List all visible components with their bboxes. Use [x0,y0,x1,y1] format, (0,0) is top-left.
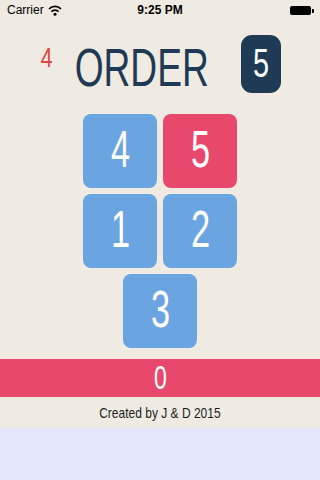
footer: Created by J & D 2015 [0,397,320,428]
tile-3-number: 3 [150,283,169,339]
logo-digit-5: 5 [253,43,269,86]
battery-icon [290,6,311,15]
app-logo: 4 ORDER 5 [0,35,320,97]
tile-1[interactable]: 1 [83,194,157,268]
score-value: 0 [154,360,167,396]
status-time: 9:25 PM [0,3,320,17]
tile-5[interactable]: 5 [163,114,237,188]
logo-word: ORDER [75,41,209,94]
board-row-1: 4 5 [83,114,237,188]
tile-2[interactable]: 2 [163,194,237,268]
tile-4[interactable]: 4 [83,114,157,188]
score-bar: 0 [0,359,320,397]
logo-digit-4: 4 [41,45,53,72]
app-screen: Carrier 9:25 PM 4 ORDER 5 4 5 [0,0,320,480]
credit-text: Created by J & D 2015 [99,404,220,421]
logo-digit-5-box: 5 [241,35,281,93]
tile-3[interactable]: 3 [123,274,197,348]
board-row-3: 3 [123,274,197,348]
tile-5-number: 5 [190,123,209,179]
status-bar: Carrier 9:25 PM [0,0,320,20]
ad-banner-area [0,428,320,480]
tile-2-number: 2 [190,203,209,259]
board-row-2: 1 2 [83,194,237,268]
game-board: 4 5 1 2 3 [0,114,320,348]
tile-1-number: 1 [110,203,129,259]
tile-4-number: 4 [110,123,129,179]
